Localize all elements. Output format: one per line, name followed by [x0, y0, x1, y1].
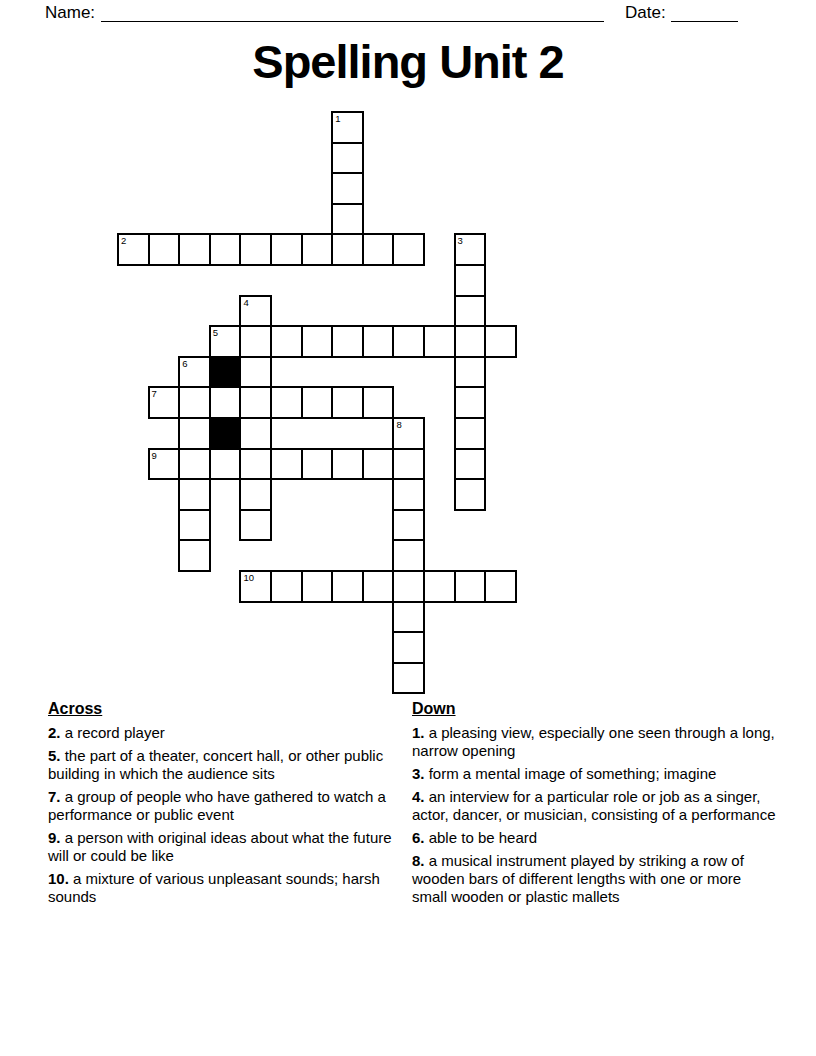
crossword-grid: 12345678910 [117, 111, 517, 695]
crossword-cell[interactable] [331, 172, 364, 205]
clue-number: 7 [152, 389, 157, 399]
crossword-cell[interactable] [454, 417, 487, 450]
crossword-cell[interactable] [454, 478, 487, 511]
crossword-cell[interactable] [331, 325, 364, 358]
crossword-cell[interactable] [239, 448, 272, 481]
crossword-cell[interactable] [209, 448, 242, 481]
clue-number-label: 7. [48, 788, 61, 805]
clue-number: 10 [243, 573, 254, 583]
crossword-cell[interactable] [454, 295, 487, 328]
crossword-cell[interactable] [454, 264, 487, 297]
clue-number-label: 6. [412, 829, 425, 846]
crossword-cell[interactable] [239, 325, 272, 358]
crossword-cell[interactable] [331, 448, 364, 481]
down-clue-1: 1. a pleasing view, especially one seen … [412, 724, 776, 760]
down-header: Down [412, 700, 776, 718]
clue-number: 1 [335, 114, 340, 124]
crossword-cell[interactable] [423, 325, 456, 358]
crossword-cell[interactable] [178, 509, 211, 542]
crossword-cell[interactable] [392, 509, 425, 542]
crossword-cell[interactable] [239, 233, 272, 266]
across-clue-list: 2. a record player5. the part of a theat… [48, 724, 400, 906]
crossword-cell[interactable] [301, 448, 334, 481]
crossword-cell[interactable] [392, 448, 425, 481]
down-clue-list: 1. a pleasing view, especially one seen … [412, 724, 776, 906]
clue-number: 4 [243, 298, 248, 308]
crossword-cell[interactable] [331, 570, 364, 603]
across-clue-5: 5. the part of a theater, concert hall, … [48, 747, 400, 783]
date-label: Date: [625, 3, 666, 23]
name-label: Name: [45, 3, 95, 23]
clue-number: 9 [152, 451, 157, 461]
crossword-cell[interactable] [331, 203, 364, 236]
clue-number: 6 [182, 359, 187, 369]
down-clue-4: 4. an interview for a particular role or… [412, 788, 776, 824]
clue-number-label: 9. [48, 829, 61, 846]
down-clues-section: Down 1. a pleasing view, especially one … [412, 700, 776, 911]
worksheet-page: Name: Date: Spelling Unit 2 12345678910 … [0, 0, 816, 1056]
across-clue-7: 7. a group of people who have gathered t… [48, 788, 400, 824]
crossword-cell[interactable] [392, 478, 425, 511]
down-clue-8: 8. a musical instrument played by striki… [412, 852, 776, 906]
crossword-cell[interactable] [454, 386, 487, 419]
crossword-cell[interactable] [270, 448, 303, 481]
crossword-cell[interactable] [178, 386, 211, 419]
page-title: Spelling Unit 2 [0, 34, 816, 89]
crossword-cell[interactable] [362, 386, 395, 419]
black-cell [209, 417, 242, 450]
clue-number: 3 [458, 236, 463, 246]
clue-number-label: 10. [48, 870, 69, 887]
clue-number-label: 8. [412, 852, 425, 869]
clue-number-label: 1. [412, 724, 425, 741]
name-blank-line[interactable] [101, 0, 604, 22]
across-clue-9: 9. a person with original ideas about wh… [48, 829, 400, 865]
crossword-cell[interactable] [178, 478, 211, 511]
across-clues-section: Across 2. a record player5. the part of … [48, 700, 400, 911]
crossword-cell[interactable] [454, 570, 487, 603]
crossword-cell[interactable] [209, 233, 242, 266]
date-blank-line[interactable] [671, 0, 738, 22]
crossword-cell[interactable] [484, 325, 517, 358]
crossword-cell[interactable] [362, 325, 395, 358]
down-clue-3: 3. form a mental image of something; ima… [412, 765, 776, 783]
crossword-cell[interactable] [392, 631, 425, 664]
crossword-cell[interactable] [301, 233, 334, 266]
crossword-cell[interactable] [484, 570, 517, 603]
crossword-cell[interactable] [148, 233, 181, 266]
crossword-cell[interactable] [392, 662, 425, 695]
crossword-cell[interactable] [301, 386, 334, 419]
clue-number: 8 [396, 420, 401, 430]
crossword-cell[interactable] [392, 601, 425, 634]
crossword-cell[interactable] [178, 417, 211, 450]
crossword-cell[interactable] [178, 448, 211, 481]
black-cell [209, 356, 242, 389]
crossword-cell[interactable] [239, 386, 272, 419]
across-header: Across [48, 700, 400, 718]
crossword-cell[interactable] [178, 233, 211, 266]
clue-number: 5 [213, 328, 218, 338]
crossword-cell[interactable] [301, 325, 334, 358]
crossword-cell[interactable] [301, 570, 334, 603]
crossword-cell[interactable] [362, 570, 395, 603]
crossword-cell[interactable] [331, 233, 364, 266]
crossword-cell[interactable] [392, 570, 425, 603]
crossword-cell[interactable] [239, 417, 272, 450]
crossword-cell[interactable] [362, 233, 395, 266]
clue-number-label: 2. [48, 724, 61, 741]
across-clue-2: 2. a record player [48, 724, 400, 742]
crossword-cell[interactable] [392, 325, 425, 358]
crossword-cell[interactable] [454, 356, 487, 389]
crossword-cell[interactable] [209, 386, 242, 419]
crossword-cell[interactable] [270, 570, 303, 603]
clue-number-label: 3. [412, 765, 425, 782]
crossword-cell[interactable] [270, 325, 303, 358]
crossword-cell[interactable] [423, 570, 456, 603]
clue-number: 2 [121, 236, 126, 246]
clue-number-label: 5. [48, 747, 61, 764]
crossword-cell[interactable] [392, 539, 425, 572]
crossword-cell[interactable] [331, 142, 364, 175]
crossword-cell[interactable] [454, 325, 487, 358]
crossword-cell[interactable] [239, 356, 272, 389]
crossword-cell[interactable] [270, 233, 303, 266]
crossword-cell[interactable] [270, 386, 303, 419]
crossword-cell[interactable] [178, 539, 211, 572]
crossword-cell[interactable] [392, 233, 425, 266]
crossword-cell[interactable] [362, 448, 395, 481]
crossword-cell[interactable] [331, 386, 364, 419]
crossword-cell[interactable] [239, 509, 272, 542]
clue-number-label: 4. [412, 788, 425, 805]
down-clue-6: 6. able to be heard [412, 829, 776, 847]
crossword-cell[interactable] [239, 478, 272, 511]
across-clue-10: 10. a mixture of various unpleasant soun… [48, 870, 400, 906]
crossword-cell[interactable] [454, 448, 487, 481]
